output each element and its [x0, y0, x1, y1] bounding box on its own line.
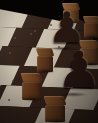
- cube-front-face: [45, 105, 65, 122]
- chocolate-cube-piece[interactable]: [45, 96, 65, 122]
- chocolate-cube-piece[interactable]: [84, 16, 98, 38]
- chess-pawn[interactable]: ♟: [57, 45, 87, 95]
- cube-front-face: [37, 56, 53, 72]
- cube-front-face: [22, 82, 41, 100]
- chocolate-cube-piece[interactable]: [22, 73, 41, 100]
- cube-front-face: [84, 23, 98, 38]
- chessboard-photo: ♟♟: [0, 0, 98, 123]
- cube-top-face: [21, 73, 43, 82]
- pieces-layer: ♟♟: [0, 0, 98, 123]
